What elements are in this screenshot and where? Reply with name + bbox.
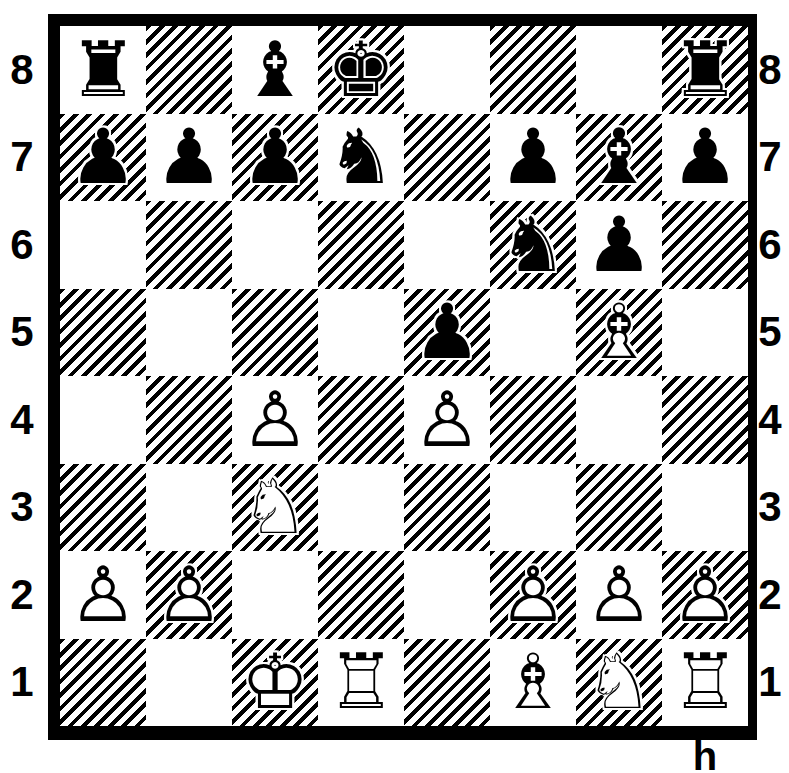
square-c2	[232, 551, 318, 639]
square-c6	[232, 201, 318, 289]
black-pawn-g6: ♟	[576, 201, 662, 289]
white-knight-c3: ♞♘	[232, 464, 318, 552]
black-pawn-e5: ♟	[404, 289, 490, 377]
white-pawn-c4: ♟♙	[232, 376, 318, 464]
black-bishop-c8: ♝	[232, 26, 318, 114]
piece-glyph: ♞	[318, 114, 404, 202]
square-e8	[404, 26, 490, 114]
rank-label-5-right: 5	[751, 289, 789, 377]
square-c4: ♟♙	[232, 376, 318, 464]
square-h3	[662, 464, 748, 552]
square-a2: ♟♙	[60, 551, 146, 639]
black-rook-h8: ♜	[662, 26, 748, 114]
piece-glyph: ♟	[662, 114, 748, 202]
square-b6	[146, 201, 232, 289]
square-a7: ♟	[60, 114, 146, 202]
square-g6: ♟	[576, 201, 662, 289]
black-pawn-c7: ♟	[232, 114, 318, 202]
square-h4	[662, 376, 748, 464]
piece-outline-layer: ♙	[576, 551, 662, 639]
square-e2	[404, 551, 490, 639]
square-d2	[318, 551, 404, 639]
square-d4	[318, 376, 404, 464]
square-a5	[60, 289, 146, 377]
piece-outline-layer: ♖	[662, 639, 748, 727]
black-pawn-a7: ♟	[60, 114, 146, 202]
square-a8: ♜	[60, 26, 146, 114]
square-h5	[662, 289, 748, 377]
square-f3	[490, 464, 576, 552]
square-g5: ♝♗	[576, 289, 662, 377]
white-bishop-f1: ♝♗	[490, 639, 576, 727]
square-f7: ♟	[490, 114, 576, 202]
rank-label-7-right: 7	[751, 114, 789, 202]
square-f5	[490, 289, 576, 377]
rank-labels-right: 8 7 6 5 4 3 2 1	[751, 26, 789, 726]
rank-label-6-left: 6	[2, 201, 42, 289]
black-rook-a8: ♜	[60, 26, 146, 114]
piece-glyph: ♞	[490, 201, 576, 289]
square-h7: ♟	[662, 114, 748, 202]
square-a1	[60, 639, 146, 727]
piece-outline-layer: ♔	[232, 639, 318, 727]
square-g3	[576, 464, 662, 552]
piece-glyph: ♜	[60, 26, 146, 114]
square-d3	[318, 464, 404, 552]
piece-glyph: ♟	[490, 114, 576, 202]
piece-glyph: ♝	[232, 26, 318, 114]
square-c3: ♞♘	[232, 464, 318, 552]
white-bishop-g5: ♝♗	[576, 289, 662, 377]
square-a4	[60, 376, 146, 464]
square-h6	[662, 201, 748, 289]
white-rook-d1: ♜♖	[318, 639, 404, 727]
square-d6	[318, 201, 404, 289]
white-pawn-g2: ♟♙	[576, 551, 662, 639]
square-b1	[146, 639, 232, 727]
square-d1: ♜♖	[318, 639, 404, 727]
square-e4: ♟♙	[404, 376, 490, 464]
square-f1: ♝♗	[490, 639, 576, 727]
piece-glyph: ♟	[576, 201, 662, 289]
piece-outline-layer: ♙	[60, 551, 146, 639]
piece-outline-layer: ♗	[490, 639, 576, 727]
rank-label-3-right: 3	[751, 464, 789, 552]
rank-label-5-left: 5	[2, 289, 42, 377]
square-c5	[232, 289, 318, 377]
rank-labels-left: 8 7 6 5 4 3 2 1	[2, 26, 42, 726]
white-rook-h1: ♜♖	[662, 639, 748, 727]
white-pawn-a2: ♟♙	[60, 551, 146, 639]
piece-glyph: ♟	[146, 114, 232, 202]
rank-label-2-left: 2	[2, 551, 42, 639]
file-label-h: h	[662, 736, 748, 773]
square-b7: ♟	[146, 114, 232, 202]
board-grid: ♜♝♚♜♟♟♟♞♟♝♟♞♟♟♝♗♟♙♟♙♞♘♟♙♟♙♟♙♟♙♟♙♚♔♜♖♝♗♞♘…	[60, 26, 748, 726]
rank-label-2-right: 2	[751, 551, 789, 639]
square-d5	[318, 289, 404, 377]
square-e1	[404, 639, 490, 727]
black-bishop-g7: ♝	[576, 114, 662, 202]
black-pawn-b7: ♟	[146, 114, 232, 202]
rank-label-8-right: 8	[751, 26, 789, 114]
square-f8	[490, 26, 576, 114]
white-pawn-f2: ♟♙	[490, 551, 576, 639]
square-g7: ♝	[576, 114, 662, 202]
square-b3	[146, 464, 232, 552]
rank-label-4-right: 4	[751, 376, 789, 464]
piece-glyph: ♟	[232, 114, 318, 202]
piece-outline-layer: ♘	[232, 464, 318, 552]
square-g8	[576, 26, 662, 114]
black-knight-d7: ♞	[318, 114, 404, 202]
piece-outline-layer: ♗	[576, 289, 662, 377]
white-pawn-e4: ♟♙	[404, 376, 490, 464]
piece-glyph: ♟	[60, 114, 146, 202]
rank-label-3-left: 3	[2, 464, 42, 552]
rank-label-1-left: 1	[2, 639, 42, 727]
white-king-c1: ♚♔	[232, 639, 318, 727]
black-knight-f6: ♞	[490, 201, 576, 289]
rank-label-7-left: 7	[2, 114, 42, 202]
rank-label-6-right: 6	[751, 201, 789, 289]
square-h2: ♟♙	[662, 551, 748, 639]
square-f4	[490, 376, 576, 464]
piece-outline-layer: ♖	[318, 639, 404, 727]
black-pawn-h7: ♟	[662, 114, 748, 202]
piece-outline-layer: ♘	[576, 639, 662, 727]
piece-outline-layer: ♙	[662, 551, 748, 639]
piece-glyph: ♝	[576, 114, 662, 202]
square-e6	[404, 201, 490, 289]
square-e7	[404, 114, 490, 202]
square-b4	[146, 376, 232, 464]
square-f6: ♞	[490, 201, 576, 289]
square-d7: ♞	[318, 114, 404, 202]
white-pawn-h2: ♟♙	[662, 551, 748, 639]
square-c1: ♚♔	[232, 639, 318, 727]
piece-glyph: ♟	[404, 289, 490, 377]
square-a3	[60, 464, 146, 552]
square-d8: ♚	[318, 26, 404, 114]
piece-outline-layer: ♙	[146, 551, 232, 639]
square-e3	[404, 464, 490, 552]
rank-label-1-right: 1	[751, 639, 789, 727]
square-b8	[146, 26, 232, 114]
white-knight-g1: ♞♘	[576, 639, 662, 727]
rank-label-8-left: 8	[2, 26, 42, 114]
white-pawn-b2: ♟♙	[146, 551, 232, 639]
rank-label-4-left: 4	[2, 376, 42, 464]
piece-outline-layer: ♙	[404, 376, 490, 464]
square-h8: ♜	[662, 26, 748, 114]
black-king-d8: ♚	[318, 26, 404, 114]
square-b5	[146, 289, 232, 377]
chess-diagram: 8 7 6 5 4 3 2 1 ♜♝♚♜♟♟♟♞♟♝♟♞♟♟♝♗♟♙♟♙♞♘♟♙…	[0, 0, 789, 773]
square-g2: ♟♙	[576, 551, 662, 639]
black-pawn-f7: ♟	[490, 114, 576, 202]
square-f2: ♟♙	[490, 551, 576, 639]
square-g1: ♞♘	[576, 639, 662, 727]
piece-outline-layer: ♙	[490, 551, 576, 639]
square-g4	[576, 376, 662, 464]
square-h1: ♜♖	[662, 639, 748, 727]
square-b2: ♟♙	[146, 551, 232, 639]
square-c8: ♝	[232, 26, 318, 114]
square-c7: ♟	[232, 114, 318, 202]
chess-board: ♜♝♚♜♟♟♟♞♟♝♟♞♟♟♝♗♟♙♟♙♞♘♟♙♟♙♟♙♟♙♟♙♚♔♜♖♝♗♞♘…	[48, 14, 757, 740]
square-e5: ♟	[404, 289, 490, 377]
piece-glyph: ♜	[662, 26, 748, 114]
piece-outline-layer: ♙	[232, 376, 318, 464]
piece-glyph: ♚	[318, 26, 404, 114]
square-a6	[60, 201, 146, 289]
